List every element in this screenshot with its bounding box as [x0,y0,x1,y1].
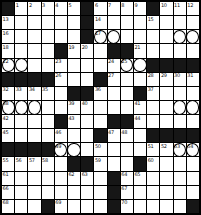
cell-r2c8[interactable]: 14 [94,16,106,29]
cell-r13c1[interactable]: 61 [2,172,14,185]
cell-r15c14[interactable] [174,200,186,213]
black-cell-r12c11 [134,157,146,170]
clue-number-2: 2 [29,2,32,8]
clue-number-4: 4 [55,2,58,8]
clue-number-21: 21 [134,44,140,50]
cell-r11c6[interactable] [68,143,80,156]
black-cell-r6c2 [15,73,27,86]
cell-r3c13[interactable] [160,30,172,43]
cell-r8c6[interactable]: 39 [68,101,80,114]
cell-r15c12[interactable] [147,200,159,213]
clue-number-43: 43 [68,115,74,121]
cell-r4c11[interactable]: 21 [134,44,146,57]
cell-r13c10[interactable]: 64 [121,172,133,185]
black-cell-r15c4 [42,200,54,213]
cell-r9c4[interactable] [42,115,54,128]
cell-r5c6[interactable] [68,59,80,72]
black-cell-r11c2 [15,143,27,156]
cell-r10c6[interactable] [68,129,80,142]
cell-r7c13[interactable] [160,87,172,100]
clue-number-8: 8 [121,2,124,8]
cell-r9c6[interactable]: 43 [68,115,80,128]
cell-r2c13[interactable] [160,16,172,29]
clue-number-68: 68 [3,199,9,205]
clue-number-60: 60 [148,157,154,163]
black-cell-r15c9 [108,200,120,213]
cell-r1c9[interactable]: 7 [108,2,120,15]
circle-marker-r3c9 [107,30,120,44]
black-cell-r15c15 [187,200,199,213]
cell-r12c3[interactable]: 57 [28,157,40,170]
black-cell-r5c14 [174,59,186,72]
cell-r4c2[interactable] [15,44,27,57]
cell-r6c11[interactable] [134,73,146,86]
cell-r9c7[interactable] [81,115,93,128]
cell-r11c13[interactable]: 52 [160,143,172,156]
black-cell-r7c11 [134,87,146,100]
black-cell-r9c10 [121,115,133,128]
clue-number-38: 38 [3,100,9,106]
cell-r4c1[interactable]: 18 [2,44,14,57]
cell-r3c6[interactable] [68,30,80,43]
cell-r2c4[interactable] [42,16,54,29]
cell-r3c4[interactable] [42,30,54,43]
clue-number-45: 45 [3,129,9,135]
black-cell-r6c4 [42,73,54,86]
circle-marker-r8c15 [186,100,199,114]
black-cell-r4c5 [55,44,67,57]
clue-number-48: 48 [121,129,127,135]
cell-r7c1[interactable]: 32 [2,87,14,100]
cell-r11c14[interactable]: 53 [174,143,186,156]
cell-r10c10[interactable]: 48 [121,129,133,142]
cell-r10c5[interactable]: 46 [55,129,67,142]
clue-number-67: 67 [121,185,127,191]
cell-r11c7[interactable] [81,143,93,156]
cell-r11c12[interactable]: 51 [147,143,159,156]
black-cell-r1c7 [81,2,93,15]
cell-r5c2[interactable] [15,59,27,72]
cell-r2c5[interactable] [55,16,67,29]
black-cell-r6c8 [94,73,106,86]
cell-r7c5[interactable] [55,87,67,100]
clue-number-12: 12 [187,2,193,8]
cell-r2c6[interactable] [68,16,80,29]
clue-number-54: 54 [187,143,193,149]
cell-r8c3[interactable] [28,101,40,114]
clue-number-20: 20 [82,44,88,50]
cell-r1c14[interactable]: 11 [174,2,186,15]
cell-r5c3[interactable] [28,59,40,72]
circle-marker-r5c11 [133,58,146,72]
cell-r4c13[interactable] [160,44,172,57]
cell-r4c15[interactable] [187,44,199,57]
clue-number-64: 64 [121,171,127,177]
cell-r5c10[interactable]: 25 [121,59,133,72]
clue-number-11: 11 [174,2,180,8]
cell-r1c2[interactable]: 1 [15,2,27,15]
black-cell-r13c9 [108,172,120,185]
clue-number-59: 59 [95,157,101,163]
cell-r7c4[interactable]: 35 [42,87,54,100]
cell-r13c4[interactable] [42,172,54,185]
black-cell-r12c6 [68,157,80,170]
cell-r13c12[interactable] [147,172,159,185]
cell-r8c12[interactable] [147,101,159,114]
cell-r14c4[interactable] [42,186,54,199]
cell-r8c5[interactable] [55,101,67,114]
cell-r7c12[interactable]: 37 [147,87,159,100]
cell-r8c9[interactable] [108,101,120,114]
cell-r14c11[interactable] [134,186,146,199]
cell-r8c8[interactable] [94,101,106,114]
cell-r15c1[interactable]: 68 [2,200,14,213]
cell-r15c2[interactable] [15,200,27,213]
clue-number-57: 57 [29,157,35,163]
clue-number-52: 52 [161,143,167,149]
clue-number-44: 44 [134,115,140,121]
clue-number-13: 13 [3,16,9,22]
black-cell-r10c13 [160,129,172,142]
cell-r2c15[interactable] [187,16,199,29]
cell-r14c14[interactable] [174,186,186,199]
cell-r5c9[interactable]: 24 [108,59,120,72]
clue-number-17: 17 [95,30,101,36]
cell-r9c12[interactable] [147,115,159,128]
black-cell-r11c3 [28,143,40,156]
cell-r6c14[interactable]: 30 [174,73,186,86]
cell-r14c12[interactable] [147,186,159,199]
clue-number-62: 62 [68,171,74,177]
cell-r13c15[interactable] [187,172,199,185]
cell-r15c10[interactable]: 70 [121,200,133,213]
black-cell-r9c9 [108,115,120,128]
cell-r3c3[interactable] [28,30,40,43]
cell-r14c6[interactable] [68,186,80,199]
clue-number-31: 31 [187,72,193,78]
circle-marker-r8c14 [173,100,186,114]
cell-r2c9[interactable] [108,16,120,29]
cell-r7c9[interactable] [108,87,120,100]
cell-r1c6[interactable]: 5 [68,2,80,15]
cell-r9c15[interactable] [187,115,199,128]
black-cell-r7c7 [81,87,93,100]
cell-r1c10[interactable]: 8 [121,2,133,15]
black-cell-r11c1 [2,143,14,156]
clue-number-66: 66 [3,185,9,191]
cell-r10c11[interactable] [134,129,146,142]
cell-r6c13[interactable]: 29 [160,73,172,86]
circle-marker-r11c6 [67,143,80,157]
cell-r13c8[interactable] [94,172,106,185]
clue-number-24: 24 [108,58,114,64]
black-cell-r7c6 [68,87,80,100]
clue-number-22: 22 [3,58,9,64]
cell-r14c8[interactable] [94,186,106,199]
black-cell-r14c9 [108,186,120,199]
clue-number-37: 37 [148,86,154,92]
cell-r9c14[interactable] [174,115,186,128]
cell-r5c5[interactable]: 23 [55,59,67,72]
clue-number-56: 56 [16,157,22,163]
cell-r1c5[interactable]: 4 [55,2,67,15]
cell-r15c8[interactable] [94,200,106,213]
cell-r13c2[interactable] [15,172,27,185]
cell-r5c7[interactable] [81,59,93,72]
black-cell-r4c10 [121,44,133,57]
clue-number-40: 40 [82,100,88,106]
clue-number-16: 16 [3,30,9,36]
clue-number-10: 10 [161,2,167,8]
cell-r1c15[interactable]: 12 [187,2,199,15]
clue-number-7: 7 [108,2,111,8]
cell-r14c10[interactable]: 67 [121,186,133,199]
clue-number-19: 19 [68,44,74,50]
cell-r9c3[interactable] [28,115,40,128]
cell-r2c11[interactable] [134,16,146,29]
black-cell-r10c15 [187,129,199,142]
cell-r2c12[interactable]: 15 [147,16,159,29]
clue-number-28: 28 [148,72,154,78]
cell-r3c1[interactable]: 16 [2,30,14,43]
cell-r6c10[interactable] [121,73,133,86]
cell-r6c12[interactable]: 28 [147,73,159,86]
black-cell-r6c3 [28,73,40,86]
cell-r15c6[interactable] [68,200,80,213]
circle-marker-r5c2 [15,58,28,72]
cell-r8c14[interactable] [174,101,186,114]
cell-r14c13[interactable] [160,186,172,199]
cell-r2c3[interactable] [28,16,40,29]
cell-r12c4[interactable]: 58 [42,157,54,170]
clue-number-3: 3 [42,2,45,8]
cell-r10c9[interactable]: 47 [108,129,120,142]
cell-r3c12[interactable] [147,30,159,43]
cell-r3c10[interactable] [121,30,133,43]
circle-marker-r3c14 [173,30,186,44]
black-cell-r10c14 [174,129,186,142]
black-cell-r4c9 [108,44,120,57]
cell-r8c2[interactable] [15,101,27,114]
black-cell-r5c12 [147,59,159,72]
clue-number-53: 53 [174,143,180,149]
cell-r14c7[interactable] [81,186,93,199]
cell-r1c8[interactable]: 6 [94,2,106,15]
black-cell-r3c7 [81,30,93,43]
cell-r5c1[interactable]: 22 [2,59,14,72]
cell-r2c1[interactable]: 13 [2,16,14,29]
black-cell-r6c1 [2,73,14,86]
clue-number-70: 70 [121,199,127,205]
cell-r6c15[interactable]: 31 [187,73,199,86]
cell-r4c3[interactable] [28,44,40,57]
cell-r1c4[interactable]: 3 [42,2,54,15]
crossword-puzzle: 1234567891011121314151617181920212223242… [0,0,201,215]
clue-number-58: 58 [42,157,48,163]
cell-r15c13[interactable] [160,200,172,213]
cell-r3c5[interactable] [55,30,67,43]
cell-r12c8[interactable]: 59 [94,157,106,170]
cell-r4c4[interactable] [42,44,54,57]
cell-r6c5[interactable]: 26 [55,73,67,86]
cell-r11c11[interactable] [134,143,146,156]
cell-r9c13[interactable] [160,115,172,128]
cell-r4c12[interactable] [147,44,159,57]
clue-number-69: 69 [55,199,61,205]
clue-number-15: 15 [148,16,154,22]
cell-r6c7[interactable] [81,73,93,86]
cell-r3c2[interactable] [15,30,27,43]
clue-number-34: 34 [29,86,35,92]
cell-r3c8[interactable]: 17 [94,30,106,43]
cell-r9c8[interactable] [94,115,106,128]
cell-r7c3[interactable]: 34 [28,87,40,100]
cell-r8c4[interactable] [42,101,54,114]
clue-number-51: 51 [148,143,154,149]
cell-r7c2[interactable]: 33 [15,87,27,100]
circle-marker-r8c2 [15,100,28,114]
cell-r13c11[interactable]: 65 [134,172,146,185]
cell-r10c4[interactable] [42,129,54,142]
black-cell-r10c8 [94,129,106,142]
cell-r7c10[interactable] [121,87,133,100]
cell-r8c13[interactable] [160,101,172,114]
cell-r7c14[interactable] [174,87,186,100]
clue-number-29: 29 [161,72,167,78]
cell-r9c2[interactable] [15,115,27,128]
cell-r2c10[interactable] [121,16,133,29]
clue-number-42: 42 [3,115,9,121]
clue-number-33: 33 [16,86,22,92]
clue-number-6: 6 [95,2,98,8]
clue-number-41: 41 [134,100,140,106]
cell-r15c7[interactable] [81,200,93,213]
circle-marker-r8c3 [28,100,41,114]
cell-r14c15[interactable] [187,186,199,199]
clue-number-39: 39 [68,100,74,106]
cell-r5c8[interactable] [94,59,106,72]
cell-r3c14[interactable] [174,30,186,43]
cell-r14c3[interactable] [28,186,40,199]
black-cell-r5c15 [187,59,199,72]
cell-r10c2[interactable] [15,129,27,142]
cell-r11c9[interactable] [108,143,120,156]
cell-r1c3[interactable]: 2 [28,2,40,15]
cell-r12c13[interactable] [160,157,172,170]
cell-r12c12[interactable]: 60 [147,157,159,170]
circle-marker-r3c15 [186,30,199,44]
clue-number-63: 63 [82,171,88,177]
cell-r4c6[interactable]: 19 [68,44,80,57]
cell-r8c10[interactable] [121,101,133,114]
cell-r15c3[interactable] [28,200,40,213]
clue-number-61: 61 [3,171,9,177]
cell-r13c13[interactable] [160,172,172,185]
black-cell-r12c7 [81,157,93,170]
clue-number-14: 14 [95,16,101,22]
clue-number-49: 49 [55,143,61,149]
clue-number-26: 26 [55,72,61,78]
cell-r12c1[interactable]: 55 [2,157,14,170]
cell-r12c14[interactable] [174,157,186,170]
cell-r12c2[interactable]: 56 [15,157,27,170]
black-cell-r11c4 [42,143,54,156]
cell-r11c5[interactable]: 49 [55,143,67,156]
cell-r10c7[interactable] [81,129,93,142]
cell-r7c15[interactable] [187,87,199,100]
clue-number-5: 5 [68,2,71,8]
black-cell-r1c1 [2,2,14,15]
cell-r14c5[interactable] [55,186,67,199]
black-cell-r1c12 [147,2,159,15]
cell-r3c15[interactable] [187,30,199,43]
cell-r7c8[interactable]: 36 [94,87,106,100]
cell-r13c5[interactable] [55,172,67,185]
cell-r4c14[interactable] [174,44,186,57]
clue-number-9: 9 [134,2,137,8]
cell-r1c13[interactable]: 10 [160,2,172,15]
cell-r13c7[interactable]: 63 [81,172,93,185]
cell-r1c11[interactable]: 9 [134,2,146,15]
cell-r9c11[interactable]: 44 [134,115,146,128]
cell-r14c2[interactable] [15,186,27,199]
clue-number-32: 32 [3,86,9,92]
cell-r15c5[interactable]: 69 [55,200,67,213]
cell-r12c9[interactable] [108,157,120,170]
cell-r8c7[interactable]: 40 [81,101,93,114]
clue-number-35: 35 [42,86,48,92]
cell-r11c8[interactable]: 50 [94,143,106,156]
cell-r13c6[interactable]: 62 [68,172,80,185]
cell-r10c3[interactable] [28,129,40,142]
cell-r14c1[interactable]: 66 [2,186,14,199]
cell-r3c11[interactable] [134,30,146,43]
crossword-grid: 1234567891011121314151617181920212223242… [0,0,201,215]
clue-number-55: 55 [3,157,9,163]
clue-number-27: 27 [108,72,114,78]
cell-r4c7[interactable]: 20 [81,44,93,57]
cell-r13c14[interactable] [174,172,186,185]
clue-number-30: 30 [174,72,180,78]
cell-r11c15[interactable]: 54 [187,143,199,156]
cell-r8c1[interactable]: 38 [2,101,14,114]
cell-r10c1[interactable]: 45 [2,129,14,142]
cell-r2c2[interactable] [15,16,27,29]
cell-r9c1[interactable]: 42 [2,115,14,128]
cell-r8c15[interactable] [187,101,199,114]
cell-r4c8[interactable] [94,44,106,57]
clue-number-18: 18 [3,44,9,50]
cell-r6c9[interactable]: 27 [108,73,120,86]
clue-number-65: 65 [134,171,140,177]
black-cell-r5c13 [160,59,172,72]
cell-r5c4[interactable] [42,59,54,72]
cell-r12c5[interactable] [55,157,67,170]
cell-r3c9[interactable] [108,30,120,43]
clue-number-23: 23 [55,58,61,64]
black-cell-r2c7 [81,16,93,29]
cell-r13c3[interactable] [28,172,40,185]
cell-r12c10[interactable] [121,157,133,170]
cell-r5c11[interactable] [134,59,146,72]
cell-r6c6[interactable] [68,73,80,86]
cell-r15c11[interactable] [134,200,146,213]
cell-r11c10[interactable] [121,143,133,156]
cell-r12c15[interactable] [187,157,199,170]
cell-r8c11[interactable]: 41 [134,101,146,114]
cell-r2c14[interactable] [174,16,186,29]
clue-number-47: 47 [108,129,114,135]
